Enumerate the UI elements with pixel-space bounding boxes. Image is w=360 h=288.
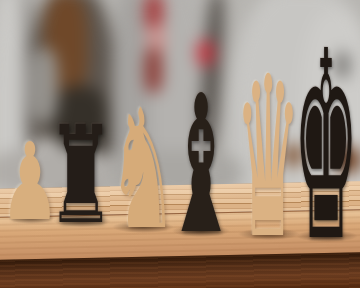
chess-pieces-photo-scene: ♟ ♜ ♞ ♝ ♛ ♚ [0,0,360,288]
white-queen-piece: ♛ [235,47,301,269]
black-king-piece: ♚ [293,17,358,277]
black-rook-piece: ♜ [47,108,115,243]
chess-pieces-row: ♟ ♜ ♞ ♝ ♛ ♚ [0,0,360,288]
black-bishop-piece: ♝ [164,71,239,261]
